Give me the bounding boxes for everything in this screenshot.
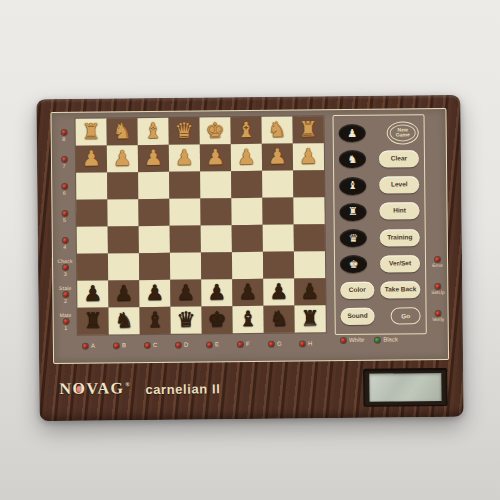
rook-symbol-button[interactable]: ♜ <box>339 203 366 221</box>
light-pawn[interactable]: ♟ <box>293 143 324 170</box>
square-g7[interactable]: ♟ <box>262 144 293 171</box>
panel-row-clear: ♞ Clear <box>339 145 419 172</box>
knight-symbol-button[interactable]: ♞ <box>339 150 366 168</box>
square-a1[interactable]: ♜ <box>78 307 109 334</box>
white-label: White <box>349 337 364 343</box>
square-a8[interactable]: ♜ <box>76 118 107 145</box>
square-d5[interactable] <box>169 199 200 226</box>
light-bishop[interactable]: ♝ <box>138 118 169 145</box>
square-b1[interactable]: ♞ <box>109 307 140 334</box>
brand-bar: NOVAG® carnelian II <box>53 367 449 413</box>
panel-row-color-takeback: Color Take Back <box>340 277 420 304</box>
dark-knight[interactable]: ♞ <box>264 306 295 333</box>
rank-led-3-check: Check3 <box>54 254 76 281</box>
file-led-h: H <box>295 334 326 352</box>
file-d-led <box>176 342 181 347</box>
rank-led-5: 5 <box>53 200 75 227</box>
square-a3[interactable] <box>77 253 108 280</box>
black-turn-led: Black <box>375 336 398 342</box>
square-d1[interactable]: ♛ <box>171 307 202 334</box>
square-f1[interactable]: ♝ <box>233 306 264 333</box>
file-led-d: D <box>171 336 202 354</box>
light-knight[interactable]: ♞ <box>262 117 293 144</box>
square-d7[interactable]: ♟ <box>169 145 200 172</box>
file-letter: D <box>184 342 188 348</box>
pawn-symbol-button[interactable]: ♟ <box>339 124 366 142</box>
square-e5[interactable] <box>200 198 231 225</box>
light-queen[interactable]: ♛ <box>169 118 200 145</box>
square-a4[interactable] <box>77 226 108 253</box>
setup-led-dot <box>435 284 440 289</box>
hint-button[interactable]: Hint <box>379 203 419 220</box>
playing-surface: 8 7 6 5 4 Check3 Stale2 Mate1 ♜♞♝♛♚♝♞♜♟♟… <box>50 108 449 364</box>
rook-icon: ♜ <box>348 206 358 217</box>
rank-number: 3 <box>64 270 67 276</box>
file-letter: A <box>91 343 95 349</box>
rank-led-2-stale: Stale2 <box>54 281 76 308</box>
dark-pawn[interactable]: ♟ <box>232 279 263 306</box>
take-back-button[interactable]: Take Back <box>381 281 421 298</box>
square-h4[interactable] <box>294 224 325 251</box>
rank-4-led <box>62 237 67 242</box>
rank-number: 2 <box>64 297 67 303</box>
black-label: Black <box>383 336 398 342</box>
dark-pawn[interactable]: ♟ <box>139 280 170 307</box>
dark-pawn[interactable]: ♟ <box>294 278 325 305</box>
square-c5[interactable] <box>138 199 169 226</box>
rank-number: 5 <box>63 216 66 222</box>
square-d2[interactable]: ♟ <box>170 280 201 307</box>
square-f2[interactable]: ♟ <box>232 279 263 306</box>
dark-queen[interactable]: ♛ <box>171 307 202 334</box>
square-b7[interactable]: ♟ <box>107 145 138 172</box>
square-c7[interactable]: ♟ <box>138 145 169 172</box>
panel-row-training: ♛ Training <box>340 224 420 251</box>
square-f7[interactable]: ♟ <box>231 144 262 171</box>
file-letter: B <box>122 342 126 348</box>
square-g3[interactable] <box>263 252 294 279</box>
panel-row-sound-go: Sound Go <box>340 303 420 330</box>
light-pawn[interactable]: ♟ <box>231 144 262 171</box>
king-symbol-button[interactable]: ♚ <box>340 255 367 273</box>
chess-computer-unit: 8 7 6 5 4 Check3 Stale2 Mate1 ♜♞♝♛♚♝♞♜♟♟… <box>36 95 463 421</box>
rank-number: 4 <box>63 243 66 249</box>
queen-icon: ♛ <box>348 232 358 243</box>
square-c3[interactable] <box>139 253 170 280</box>
square-h2[interactable]: ♟ <box>294 278 325 305</box>
dark-rook[interactable]: ♜ <box>295 305 326 332</box>
square-h8[interactable]: ♜ <box>293 116 324 143</box>
training-button[interactable]: Training <box>380 229 420 246</box>
dark-knight[interactable]: ♞ <box>109 307 140 334</box>
square-e6[interactable] <box>200 171 231 198</box>
square-d8[interactable]: ♛ <box>169 118 200 145</box>
file-b-led <box>114 343 119 348</box>
rank-number: 1 <box>64 324 67 330</box>
file-letter: G <box>277 341 282 347</box>
dark-pawn[interactable]: ♟ <box>263 279 294 306</box>
rank-6-led <box>62 183 67 188</box>
queen-symbol-button[interactable]: ♛ <box>340 229 367 247</box>
error-led: Error <box>427 257 448 268</box>
panel-row-level: ♝ Level <box>339 172 419 199</box>
square-b4[interactable] <box>108 226 139 253</box>
dark-pawn[interactable]: ♟ <box>108 280 139 307</box>
square-g5[interactable] <box>262 198 293 225</box>
dark-pawn[interactable]: ♟ <box>170 280 201 307</box>
rank-5-led <box>62 210 67 215</box>
rank-led-1-mate: Mate1 <box>55 308 77 335</box>
square-c6[interactable] <box>138 172 169 199</box>
lcd-screen <box>369 373 441 402</box>
white-led <box>341 338 346 343</box>
file-led-f: F <box>233 335 264 353</box>
file-e-led <box>207 342 212 347</box>
rank-led-8: 8 <box>53 119 75 146</box>
square-g1[interactable]: ♞ <box>264 306 295 333</box>
light-bishop[interactable]: ♝ <box>231 117 262 144</box>
light-pawn[interactable]: ♟ <box>76 145 107 172</box>
square-c8[interactable]: ♝ <box>138 118 169 145</box>
model-name: carnelian II <box>145 381 220 397</box>
file-letter: E <box>215 341 219 347</box>
file-letter: H <box>308 340 312 346</box>
square-b3[interactable] <box>108 253 139 280</box>
file-led-c: C <box>140 336 171 354</box>
error-label: Error <box>432 263 443 268</box>
turn-indicator-row: White Black <box>341 336 398 343</box>
panel-row-hint: ♜ Hint <box>339 198 419 225</box>
sound-button[interactable]: Sound <box>341 308 375 325</box>
square-f5[interactable] <box>231 198 262 225</box>
rank-3-led <box>63 264 68 269</box>
panel-row-newgame: ♟ New Game <box>339 119 419 146</box>
dark-bishop[interactable]: ♝ <box>233 306 264 333</box>
status-led-column: Error SetUp Verify <box>427 257 449 322</box>
king-icon: ♚ <box>349 259 359 270</box>
square-a2[interactable]: ♟ <box>77 280 108 307</box>
logo-letters-vag: VAG <box>86 380 124 396</box>
verify-led: Verify <box>428 311 449 322</box>
setup-label: SetUp <box>431 290 444 295</box>
square-d3[interactable] <box>170 253 201 280</box>
rank-2-led <box>63 291 68 296</box>
square-e8[interactable]: ♚ <box>200 117 231 144</box>
check-label: Check <box>57 258 72 263</box>
square-g8[interactable]: ♞ <box>262 117 293 144</box>
bishop-symbol-button[interactable]: ♝ <box>339 176 366 194</box>
stalemate-label: Stale <box>59 285 71 290</box>
registered-mark: ® <box>125 381 130 387</box>
light-rook[interactable]: ♜ <box>293 116 324 143</box>
panel-row-verset: ♚ Ver/Set <box>340 250 420 277</box>
light-king[interactable]: ♚ <box>200 117 231 144</box>
rank-number: 7 <box>62 162 65 168</box>
light-pawn[interactable]: ♟ <box>138 145 169 172</box>
rank-number: 6 <box>63 189 66 195</box>
mate-label: Mate <box>60 312 72 317</box>
knight-icon: ♞ <box>347 154 357 165</box>
light-rook[interactable]: ♜ <box>76 118 107 145</box>
rank-8-led <box>61 129 66 134</box>
square-f6[interactable] <box>231 171 262 198</box>
setup-led: SetUp <box>427 284 448 295</box>
file-led-e: E <box>202 335 233 353</box>
light-pawn[interactable]: ♟ <box>107 145 138 172</box>
board: ♜♞♝♛♚♝♞♜♟♟♟♟♟♟♟♟♟♟♟♟♟♟♟♟♜♞♝♛♚♝♞♜ <box>76 116 326 335</box>
white-turn-led: White <box>341 337 364 343</box>
square-f3[interactable] <box>232 252 263 279</box>
square-b6[interactable] <box>107 172 138 199</box>
verify-led-dot <box>436 311 441 316</box>
clear-button[interactable]: Clear <box>379 150 419 167</box>
rank-led-6: 6 <box>53 173 75 200</box>
dark-pawn[interactable]: ♟ <box>201 279 232 306</box>
file-g-led <box>269 341 274 346</box>
file-letter: C <box>153 342 157 348</box>
file-f-led <box>238 342 243 347</box>
square-b5[interactable] <box>107 199 138 226</box>
pawn-icon: ♟ <box>347 127 357 138</box>
error-led-dot <box>435 257 440 262</box>
square-e1[interactable]: ♚ <box>202 306 233 333</box>
square-c4[interactable] <box>139 226 170 253</box>
square-h6[interactable] <box>293 170 324 197</box>
square-a7[interactable]: ♟ <box>76 145 107 172</box>
bishop-icon: ♝ <box>348 180 358 191</box>
light-pawn[interactable]: ♟ <box>262 144 293 171</box>
square-h1[interactable]: ♜ <box>295 305 326 332</box>
square-a5[interactable] <box>76 199 107 226</box>
dark-king[interactable]: ♚ <box>202 306 233 333</box>
logo-letter-n: N <box>59 381 72 397</box>
square-b2[interactable]: ♟ <box>108 280 139 307</box>
square-g6[interactable] <box>262 171 293 198</box>
dark-rook[interactable]: ♜ <box>78 307 109 334</box>
square-a6[interactable] <box>76 172 107 199</box>
color-button[interactable]: Color <box>340 282 374 299</box>
rank-1-led <box>63 318 68 323</box>
file-led-g: G <box>264 335 295 353</box>
rank-led-column: 8 7 6 5 4 Check3 Stale2 Mate1 <box>53 119 77 335</box>
square-d4[interactable] <box>170 226 201 253</box>
square-d6[interactable] <box>169 172 200 199</box>
file-led-a: A <box>78 336 109 354</box>
square-f8[interactable]: ♝ <box>231 117 262 144</box>
dark-bishop[interactable]: ♝ <box>140 307 171 334</box>
rank-7-led <box>61 156 66 161</box>
novag-logo: NOVAG® <box>59 380 130 397</box>
go-button[interactable]: Go <box>391 308 421 325</box>
square-g2[interactable]: ♟ <box>263 279 294 306</box>
ver-set-button[interactable]: Ver/Set <box>380 255 420 272</box>
square-c1[interactable]: ♝ <box>140 307 171 334</box>
square-e4[interactable] <box>201 225 232 252</box>
file-a-led <box>83 343 88 348</box>
rank-number: 8 <box>62 135 65 141</box>
dark-pawn[interactable]: ♟ <box>77 280 108 307</box>
light-pawn[interactable]: ♟ <box>200 144 231 171</box>
rank-led-4: 4 <box>54 227 76 254</box>
square-e7[interactable]: ♟ <box>200 144 231 171</box>
file-led-row: A B C D E F G H <box>78 334 326 355</box>
new-game-button[interactable]: New Game <box>387 121 419 144</box>
level-button[interactable]: Level <box>379 176 419 193</box>
logo-letter-o-with-red-dot: O <box>72 381 86 397</box>
light-pawn[interactable]: ♟ <box>169 145 200 172</box>
square-f4[interactable] <box>232 225 263 252</box>
square-b8[interactable]: ♞ <box>107 118 138 145</box>
file-led-b: B <box>109 336 140 354</box>
square-g4[interactable] <box>263 225 294 252</box>
square-h3[interactable] <box>294 251 325 278</box>
light-knight[interactable]: ♞ <box>107 118 138 145</box>
square-h7[interactable]: ♟ <box>293 143 324 170</box>
square-e2[interactable]: ♟ <box>201 279 232 306</box>
square-h5[interactable] <box>293 197 324 224</box>
verify-label: Verify <box>432 317 444 322</box>
black-led <box>375 337 380 342</box>
square-e3[interactable] <box>201 252 232 279</box>
file-c-led <box>145 343 150 348</box>
lcd-display <box>363 368 447 407</box>
file-letter: F <box>246 341 250 347</box>
rank-led-7: 7 <box>53 146 75 173</box>
square-c2[interactable]: ♟ <box>139 280 170 307</box>
file-h-led <box>300 341 305 346</box>
control-panel: ♟ New Game ♞ Clear ♝ Level ♜ Hint ♛ Trai… <box>333 114 427 335</box>
